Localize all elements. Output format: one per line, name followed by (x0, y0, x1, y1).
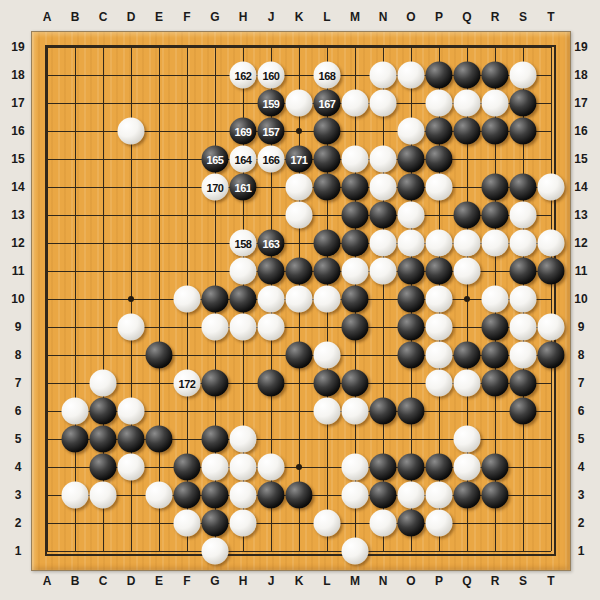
stone-black-M12[interactable] (342, 230, 369, 257)
stone-white-S10[interactable] (510, 286, 537, 313)
stone-black-O15[interactable] (398, 146, 425, 173)
stone-white-P10[interactable] (426, 286, 453, 313)
stone-white-D16[interactable] (118, 118, 145, 145)
stone-white-T12[interactable] (538, 230, 565, 257)
stone-white-M17[interactable] (342, 90, 369, 117)
coord-label-left-4: 4 (15, 460, 22, 474)
stone-black-R18[interactable] (482, 62, 509, 89)
coord-label-left-14: 14 (11, 180, 24, 194)
stone-white-G14[interactable]: 170 (202, 174, 229, 201)
coord-label-top-R: R (491, 10, 500, 24)
stone-white-P12[interactable] (426, 230, 453, 257)
stone-white-L18[interactable]: 168 (314, 62, 341, 89)
stone-white-S8[interactable] (510, 342, 537, 369)
stone-black-O14[interactable] (398, 174, 425, 201)
stone-white-N2[interactable] (370, 510, 397, 537)
stone-white-P3[interactable] (426, 482, 453, 509)
stone-black-G7[interactable] (202, 370, 229, 397)
stone-black-Q3[interactable] (454, 482, 481, 509)
stone-white-J9[interactable] (258, 314, 285, 341)
stone-white-T14[interactable] (538, 174, 565, 201)
stone-black-O8[interactable] (398, 342, 425, 369)
stone-black-E5[interactable] (146, 426, 173, 453)
coord-label-left-15: 15 (11, 152, 24, 166)
stone-black-K11[interactable] (286, 258, 313, 285)
stone-black-F4[interactable] (174, 454, 201, 481)
coord-label-bottom-F: F (183, 574, 190, 588)
stone-black-R13[interactable] (482, 202, 509, 229)
move-number: 165 (207, 153, 224, 165)
stone-white-N12[interactable] (370, 230, 397, 257)
coord-label-bottom-N: N (379, 574, 388, 588)
stone-black-E8[interactable] (146, 342, 173, 369)
stone-black-N4[interactable] (370, 454, 397, 481)
coord-label-bottom-K: K (295, 574, 304, 588)
stone-black-J17[interactable]: 159 (258, 90, 285, 117)
stone-white-F7[interactable]: 172 (174, 370, 201, 397)
coord-label-bottom-O: O (406, 574, 415, 588)
stone-white-K17[interactable] (286, 90, 313, 117)
star-point (296, 464, 302, 470)
stone-white-G4[interactable] (202, 454, 229, 481)
coord-label-left-17: 17 (11, 96, 24, 110)
coord-label-top-A: A (43, 10, 52, 24)
stone-black-O9[interactable] (398, 314, 425, 341)
stone-white-O16[interactable] (398, 118, 425, 145)
coord-label-top-S: S (519, 10, 527, 24)
stone-white-M15[interactable] (342, 146, 369, 173)
coord-label-bottom-C: C (99, 574, 108, 588)
coord-label-left-11: 11 (12, 264, 25, 278)
stone-white-Q12[interactable] (454, 230, 481, 257)
coord-label-left-8: 8 (15, 348, 22, 362)
move-number: 159 (263, 97, 280, 109)
stone-black-R7[interactable] (482, 370, 509, 397)
stone-black-P18[interactable] (426, 62, 453, 89)
stone-white-Q5[interactable] (454, 426, 481, 453)
move-number: 170 (207, 181, 224, 193)
coord-label-right-9: 9 (578, 320, 585, 334)
stone-white-C7[interactable] (90, 370, 117, 397)
stone-white-L6[interactable] (314, 398, 341, 425)
coord-label-bottom-E: E (155, 574, 163, 588)
move-number: 169 (235, 125, 252, 137)
coord-label-bottom-J: J (268, 574, 275, 588)
stone-white-H12[interactable]: 158 (230, 230, 257, 257)
stone-black-B5[interactable] (62, 426, 89, 453)
stone-black-J12[interactable]: 163 (258, 230, 285, 257)
move-number: 157 (263, 125, 280, 137)
stone-white-H11[interactable] (230, 258, 257, 285)
coord-label-right-3: 3 (578, 488, 585, 502)
stone-white-N18[interactable] (370, 62, 397, 89)
stone-white-S12[interactable] (510, 230, 537, 257)
coord-label-right-17: 17 (574, 96, 587, 110)
stone-white-N14[interactable] (370, 174, 397, 201)
stone-white-F10[interactable] (174, 286, 201, 313)
stone-white-S18[interactable] (510, 62, 537, 89)
move-number: 163 (263, 237, 280, 249)
stone-black-Q13[interactable] (454, 202, 481, 229)
stone-white-M6[interactable] (342, 398, 369, 425)
stone-white-H2[interactable] (230, 510, 257, 537)
stone-black-L14[interactable] (314, 174, 341, 201)
coord-label-top-D: D (127, 10, 136, 24)
stone-white-O13[interactable] (398, 202, 425, 229)
stone-white-N11[interactable] (370, 258, 397, 285)
coord-label-right-19: 19 (574, 40, 587, 54)
stone-black-G5[interactable] (202, 426, 229, 453)
stone-black-S11[interactable] (510, 258, 537, 285)
stone-black-K3[interactable] (286, 482, 313, 509)
stone-white-Q17[interactable] (454, 90, 481, 117)
stone-black-F3[interactable] (174, 482, 201, 509)
stone-black-R8[interactable] (482, 342, 509, 369)
stone-black-G2[interactable] (202, 510, 229, 537)
stone-black-P15[interactable] (426, 146, 453, 173)
stone-white-O12[interactable] (398, 230, 425, 257)
stone-white-L2[interactable] (314, 510, 341, 537)
stone-white-N15[interactable] (370, 146, 397, 173)
stone-black-R14[interactable] (482, 174, 509, 201)
stone-black-S17[interactable] (510, 90, 537, 117)
coord-label-left-7: 7 (15, 376, 22, 390)
move-number: 167 (319, 97, 336, 109)
stone-black-R16[interactable] (482, 118, 509, 145)
coord-label-top-B: B (71, 10, 80, 24)
stone-black-P11[interactable] (426, 258, 453, 285)
coord-label-left-16: 16 (11, 124, 24, 138)
stone-black-P4[interactable] (426, 454, 453, 481)
coord-label-right-2: 2 (578, 516, 585, 530)
stone-white-S9[interactable] (510, 314, 537, 341)
stone-white-M1[interactable] (342, 538, 369, 565)
stone-white-R17[interactable] (482, 90, 509, 117)
stone-black-Q8[interactable] (454, 342, 481, 369)
stone-black-M7[interactable] (342, 370, 369, 397)
stone-white-M3[interactable] (342, 482, 369, 509)
stone-white-H18[interactable]: 162 (230, 62, 257, 89)
stone-black-Q16[interactable] (454, 118, 481, 145)
coord-label-left-2: 2 (15, 516, 22, 530)
stone-white-P7[interactable] (426, 370, 453, 397)
stone-black-S7[interactable] (510, 370, 537, 397)
stone-black-L12[interactable] (314, 230, 341, 257)
coord-label-bottom-T: T (547, 574, 554, 588)
stone-white-J10[interactable] (258, 286, 285, 313)
move-number: 172 (179, 377, 196, 389)
coord-label-bottom-A: A (43, 574, 52, 588)
stone-white-K10[interactable] (286, 286, 313, 313)
stone-black-P16[interactable] (426, 118, 453, 145)
stone-black-L7[interactable] (314, 370, 341, 397)
stone-black-M9[interactable] (342, 314, 369, 341)
coord-label-bottom-M: M (350, 574, 360, 588)
coord-label-right-5: 5 (578, 432, 585, 446)
stone-black-M10[interactable] (342, 286, 369, 313)
move-number: 166 (263, 153, 280, 165)
stone-white-H3[interactable] (230, 482, 257, 509)
coord-label-left-6: 6 (15, 404, 22, 418)
stone-black-L15[interactable] (314, 146, 341, 173)
stone-white-Q4[interactable] (454, 454, 481, 481)
stone-black-T11[interactable] (538, 258, 565, 285)
move-number: 158 (235, 237, 252, 249)
coord-label-left-3: 3 (15, 488, 22, 502)
stone-white-C3[interactable] (90, 482, 117, 509)
coord-label-right-14: 14 (574, 180, 587, 194)
star-point (296, 128, 302, 134)
stone-white-J15[interactable]: 166 (258, 146, 285, 173)
stone-white-M11[interactable] (342, 258, 369, 285)
stone-white-E3[interactable] (146, 482, 173, 509)
coord-label-top-E: E (155, 10, 163, 24)
coord-label-bottom-H: H (239, 574, 248, 588)
stone-black-C6[interactable] (90, 398, 117, 425)
stone-black-N13[interactable] (370, 202, 397, 229)
coord-label-left-19: 19 (11, 40, 24, 54)
stone-black-C5[interactable] (90, 426, 117, 453)
stone-white-L10[interactable] (314, 286, 341, 313)
stone-black-M14[interactable] (342, 174, 369, 201)
coord-label-top-M: M (350, 10, 360, 24)
stone-black-S16[interactable] (510, 118, 537, 145)
stone-white-H9[interactable] (230, 314, 257, 341)
stone-white-O3[interactable] (398, 482, 425, 509)
stone-black-J3[interactable] (258, 482, 285, 509)
stone-white-T9[interactable] (538, 314, 565, 341)
coord-label-left-9: 9 (15, 320, 22, 334)
coord-label-top-P: P (435, 10, 443, 24)
coord-label-bottom-D: D (127, 574, 136, 588)
stone-black-J16[interactable]: 157 (258, 118, 285, 145)
coord-label-right-13: 13 (574, 208, 587, 222)
coord-label-left-10: 10 (11, 292, 24, 306)
stone-white-K14[interactable] (286, 174, 313, 201)
stone-black-M13[interactable] (342, 202, 369, 229)
stone-white-J4[interactable] (258, 454, 285, 481)
coord-label-left-1: 1 (15, 544, 22, 558)
coord-label-right-11: 11 (575, 264, 588, 278)
coord-label-bottom-S: S (519, 574, 527, 588)
stone-black-H16[interactable]: 169 (230, 118, 257, 145)
coord-label-left-5: 5 (15, 432, 22, 446)
stone-black-K15[interactable]: 171 (286, 146, 313, 173)
coord-label-top-G: G (210, 10, 219, 24)
stone-black-R9[interactable] (482, 314, 509, 341)
star-point (464, 296, 470, 302)
go-board[interactable]: AABBCCDDEEFFGGHHJJKKLLMMNNOOPPQQRRSSTT19… (0, 0, 600, 600)
move-number: 164 (235, 153, 252, 165)
stone-white-J18[interactable]: 160 (258, 62, 285, 89)
coord-label-right-12: 12 (574, 236, 587, 250)
coord-label-right-18: 18 (574, 68, 587, 82)
coord-label-top-O: O (406, 10, 415, 24)
stone-black-J11[interactable] (258, 258, 285, 285)
coord-label-bottom-Q: Q (462, 574, 471, 588)
stone-white-R12[interactable] (482, 230, 509, 257)
coord-label-top-T: T (547, 10, 554, 24)
stone-white-H4[interactable] (230, 454, 257, 481)
stone-black-N3[interactable] (370, 482, 397, 509)
stone-black-O2[interactable] (398, 510, 425, 537)
coord-label-top-Q: Q (462, 10, 471, 24)
stone-black-T8[interactable] (538, 342, 565, 369)
stone-black-K8[interactable] (286, 342, 313, 369)
stone-black-L17[interactable]: 167 (314, 90, 341, 117)
stone-black-G15[interactable]: 165 (202, 146, 229, 173)
star-point (128, 296, 134, 302)
stone-black-Q18[interactable] (454, 62, 481, 89)
stone-white-G1[interactable] (202, 538, 229, 565)
coord-label-bottom-G: G (210, 574, 219, 588)
stone-white-P9[interactable] (426, 314, 453, 341)
coord-label-top-H: H (239, 10, 248, 24)
coord-label-right-7: 7 (578, 376, 585, 390)
stone-black-O11[interactable] (398, 258, 425, 285)
move-number: 160 (263, 69, 280, 81)
stone-white-P2[interactable] (426, 510, 453, 537)
stone-white-D4[interactable] (118, 454, 145, 481)
stone-white-Q11[interactable] (454, 258, 481, 285)
stone-black-C4[interactable] (90, 454, 117, 481)
stone-white-P8[interactable] (426, 342, 453, 369)
stone-white-N17[interactable] (370, 90, 397, 117)
move-number: 161 (235, 181, 252, 193)
stone-white-B6[interactable] (62, 398, 89, 425)
stone-black-G10[interactable] (202, 286, 229, 313)
stone-white-L8[interactable] (314, 342, 341, 369)
stone-black-L16[interactable] (314, 118, 341, 145)
coord-label-right-10: 10 (574, 292, 587, 306)
coord-label-top-C: C (99, 10, 108, 24)
coord-label-top-L: L (323, 10, 330, 24)
stone-white-P17[interactable] (426, 90, 453, 117)
move-number: 171 (291, 153, 308, 165)
move-number: 168 (319, 69, 336, 81)
coord-label-top-N: N (379, 10, 388, 24)
coord-label-right-4: 4 (578, 460, 585, 474)
stone-black-O4[interactable] (398, 454, 425, 481)
coord-label-right-15: 15 (574, 152, 587, 166)
stone-white-D9[interactable] (118, 314, 145, 341)
move-number: 162 (235, 69, 252, 81)
stone-black-G3[interactable] (202, 482, 229, 509)
coord-label-bottom-P: P (435, 574, 443, 588)
stone-white-G9[interactable] (202, 314, 229, 341)
coord-label-right-1: 1 (578, 544, 585, 558)
stone-black-O10[interactable] (398, 286, 425, 313)
coord-label-top-J: J (268, 10, 275, 24)
stone-white-K13[interactable] (286, 202, 313, 229)
stone-black-S14[interactable] (510, 174, 537, 201)
coord-label-bottom-L: L (323, 574, 330, 588)
stone-black-O6[interactable] (398, 398, 425, 425)
stone-white-H5[interactable] (230, 426, 257, 453)
stone-white-O18[interactable] (398, 62, 425, 89)
stone-white-S13[interactable] (510, 202, 537, 229)
stone-black-R4[interactable] (482, 454, 509, 481)
coord-label-right-16: 16 (574, 124, 587, 138)
coord-label-top-F: F (183, 10, 190, 24)
stone-white-H15[interactable]: 164 (230, 146, 257, 173)
stone-white-P14[interactable] (426, 174, 453, 201)
coord-label-right-6: 6 (578, 404, 585, 418)
stone-white-B3[interactable] (62, 482, 89, 509)
stone-white-M4[interactable] (342, 454, 369, 481)
stone-black-J7[interactable] (258, 370, 285, 397)
stone-black-D5[interactable] (118, 426, 145, 453)
coord-label-left-18: 18 (11, 68, 24, 82)
coord-label-right-8: 8 (578, 348, 585, 362)
coord-label-left-12: 12 (11, 236, 24, 250)
stone-white-F2[interactable] (174, 510, 201, 537)
stone-black-H14[interactable]: 161 (230, 174, 257, 201)
stone-black-L11[interactable] (314, 258, 341, 285)
stone-white-R10[interactable] (482, 286, 509, 313)
stone-black-S6[interactable] (510, 398, 537, 425)
stone-black-N6[interactable] (370, 398, 397, 425)
coord-label-top-K: K (295, 10, 304, 24)
stone-black-H10[interactable] (230, 286, 257, 313)
coord-label-bottom-R: R (491, 574, 500, 588)
stone-white-Q7[interactable] (454, 370, 481, 397)
stone-white-D6[interactable] (118, 398, 145, 425)
stone-black-R3[interactable] (482, 482, 509, 509)
coord-label-bottom-B: B (71, 574, 80, 588)
coord-label-left-13: 13 (11, 208, 24, 222)
